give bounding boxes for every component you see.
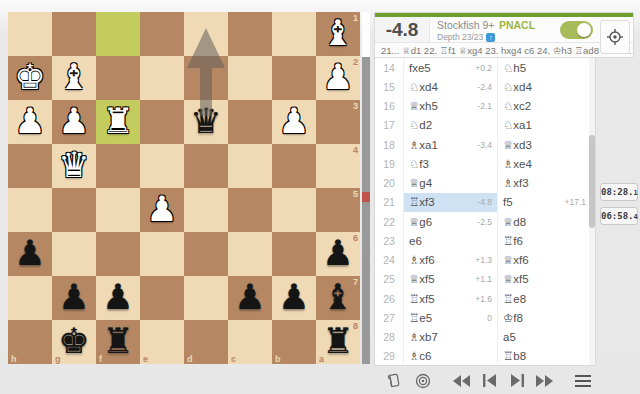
- practice-mode-button[interactable]: [414, 372, 432, 389]
- rank-label-6: 6: [353, 233, 358, 243]
- file-label-a: a: [319, 354, 324, 364]
- square-c6[interactable]: [228, 232, 272, 276]
- square-b5[interactable]: [272, 188, 316, 232]
- white-move-17[interactable]: ♘d2: [403, 116, 497, 135]
- move-row-15: 15♘xd4-2.4♘xd4: [375, 77, 595, 96]
- white-king-h2[interactable]: ♚: [8, 56, 52, 100]
- file-label-b: b: [275, 354, 281, 364]
- square-c4[interactable]: [228, 144, 272, 188]
- file-label-d: d: [187, 354, 193, 364]
- move-row-20: 20♕g4♗xf3: [375, 174, 595, 193]
- black-move-17[interactable]: ♘xa1: [497, 116, 591, 135]
- move-number: 20: [375, 177, 403, 189]
- practice-target-button[interactable]: [600, 20, 630, 54]
- last-move-button[interactable]: [536, 372, 554, 389]
- move-number: 23: [375, 235, 403, 247]
- move-eval: +1.1: [475, 274, 492, 284]
- square-b3[interactable]: ♟: [272, 100, 316, 144]
- square-f5[interactable]: [96, 188, 140, 232]
- white-rook-f3[interactable]: ♜: [96, 100, 140, 144]
- engine-panel: -4.8 Stockfish 9+ PNACL Depth 23/23 ↑ 21…: [374, 12, 634, 58]
- black-pawn-h6[interactable]: ♟: [8, 232, 52, 276]
- clock-bottom: 06:58.4: [600, 207, 638, 225]
- white-move-18[interactable]: ♗xa1-3.4: [403, 135, 497, 154]
- white-move-21[interactable]: ♖xf3-4.8: [403, 193, 497, 212]
- white-move-14[interactable]: fxe5+0.2: [403, 58, 497, 77]
- opening-book-button[interactable]: [384, 372, 402, 389]
- square-b1[interactable]: [272, 12, 316, 56]
- move-number: 24: [375, 254, 403, 266]
- move-row-14: 14fxe5+0.2♘h5: [375, 58, 595, 77]
- square-b8[interactable]: b: [272, 320, 316, 364]
- square-e5[interactable]: ♟: [140, 188, 184, 232]
- black-move-27[interactable]: ♔f8: [497, 308, 591, 327]
- target-icon: [606, 28, 624, 46]
- black-rook-f8[interactable]: ♜: [96, 320, 140, 364]
- step-back-icon: [483, 374, 496, 387]
- move-eval: +17.1: [564, 197, 586, 207]
- white-move-28[interactable]: ♗xb7: [403, 328, 497, 347]
- white-move-27[interactable]: ♖e50: [403, 308, 497, 327]
- square-f7[interactable]: ♟: [96, 276, 140, 320]
- move-eval: -2.1: [477, 101, 492, 111]
- square-c5[interactable]: [228, 188, 272, 232]
- white-pawn-h3[interactable]: ♟: [8, 100, 52, 144]
- skip-to-end-icon: [536, 375, 554, 387]
- square-a5[interactable]: 5: [316, 188, 360, 232]
- black-pawn-c7[interactable]: ♟: [228, 276, 272, 320]
- black-move-26[interactable]: ♖e8: [497, 289, 591, 308]
- move-eval: -2.5: [477, 217, 492, 227]
- square-f8[interactable]: ♜f: [96, 320, 140, 364]
- move-eval: 0: [487, 313, 492, 323]
- next-move-button[interactable]: [508, 372, 526, 389]
- white-pawn-g3[interactable]: ♟: [52, 100, 96, 144]
- square-d7[interactable]: [184, 276, 228, 320]
- square-f4[interactable]: [96, 144, 140, 188]
- black-move-24[interactable]: ♕xf6: [497, 251, 591, 270]
- move-row-18: 18♗xa1-3.4♕xd3: [375, 135, 595, 154]
- file-label-e: e: [143, 354, 148, 364]
- move-row-24: 24♗xf6+1.3♕xf6: [375, 251, 595, 270]
- hamburger-icon: [575, 374, 591, 388]
- square-g3[interactable]: ♟: [52, 100, 96, 144]
- move-row-26: 26♖xf5+1.6♖e8: [375, 289, 595, 308]
- square-c2[interactable]: [228, 56, 272, 100]
- move-number: 26: [375, 293, 403, 305]
- move-row-16: 16♕xh5-2.1♘xc2: [375, 97, 595, 116]
- black-move-25[interactable]: ♕xf5: [497, 270, 591, 289]
- move-list-scrollbar[interactable]: [589, 58, 595, 365]
- move-row-28: 28♗xb7a5: [375, 328, 595, 347]
- rank-label-1: 1: [353, 13, 358, 23]
- square-h5[interactable]: [8, 188, 52, 232]
- white-move-26[interactable]: ♖xf5+1.6: [403, 289, 497, 308]
- move-number: 21: [375, 196, 403, 208]
- previous-move-button[interactable]: [480, 372, 498, 389]
- move-row-22: 22♕g6-2.5♕d8: [375, 212, 595, 231]
- square-g5[interactable]: [52, 188, 96, 232]
- square-f2[interactable]: [96, 56, 140, 100]
- square-e7[interactable]: [140, 276, 184, 320]
- square-g8[interactable]: ♚g: [52, 320, 96, 364]
- move-eval: +1.6: [475, 294, 492, 304]
- square-b7[interactable]: ♟: [272, 276, 316, 320]
- square-e4[interactable]: [140, 144, 184, 188]
- white-move-22[interactable]: ♕g6-2.5: [403, 212, 497, 231]
- square-d3[interactable]: ♛: [184, 100, 228, 144]
- square-e3[interactable]: [140, 100, 184, 144]
- move-list: 14fxe5+0.2♘h515♘xd4-2.4♘xd416♕xh5-2.1♘xc…: [374, 58, 596, 366]
- move-row-23: 23e6♖f6: [375, 231, 595, 250]
- move-number: 22: [375, 216, 403, 228]
- move-row-17: 17♘d2♘xa1: [375, 116, 595, 135]
- rank-label-7: 7: [353, 277, 358, 287]
- square-c3[interactable]: [228, 100, 272, 144]
- square-h7[interactable]: [8, 276, 52, 320]
- square-d5[interactable]: [184, 188, 228, 232]
- file-label-h: h: [11, 354, 17, 364]
- concentric-target-icon: [415, 373, 431, 389]
- square-a8[interactable]: ♜8a: [316, 320, 360, 364]
- square-e1[interactable]: [140, 12, 184, 56]
- white-pawn-e5[interactable]: ♟: [140, 188, 184, 232]
- square-f6[interactable]: [96, 232, 140, 276]
- square-h1[interactable]: [8, 12, 52, 56]
- white-move-19[interactable]: ♘f3: [403, 154, 497, 173]
- square-g4[interactable]: ♛: [52, 144, 96, 188]
- cloud-eval-badge[interactable]: ↑: [486, 33, 495, 42]
- square-h4[interactable]: [8, 144, 52, 188]
- black-move-18[interactable]: ♕xd3: [497, 135, 591, 154]
- square-g7[interactable]: ♟: [52, 276, 96, 320]
- white-pawn-b3[interactable]: ♟: [272, 100, 316, 144]
- move-eval: -4.8: [477, 197, 492, 207]
- square-g6[interactable]: [52, 232, 96, 276]
- move-row-27: 27♖e50♔f8: [375, 308, 595, 327]
- square-a1[interactable]: ♝1: [316, 12, 360, 56]
- square-a7[interactable]: ♝7: [316, 276, 360, 320]
- square-e8[interactable]: e: [140, 320, 184, 364]
- toggle-knob: [577, 23, 591, 37]
- square-c8[interactable]: c: [228, 320, 272, 364]
- square-b6[interactable]: [272, 232, 316, 276]
- black-move-23[interactable]: ♖f6: [497, 231, 591, 250]
- square-h3[interactable]: ♟: [8, 100, 52, 144]
- move-list-scrollbar-thumb[interactable]: [589, 135, 595, 228]
- black-move-29[interactable]: ♖b8: [497, 347, 591, 366]
- move-eval: +1.3: [475, 255, 492, 265]
- black-move-19[interactable]: ♗xe4: [497, 154, 591, 173]
- move-eval: -2.4: [477, 82, 492, 92]
- black-move-15[interactable]: ♘xd4: [497, 77, 591, 96]
- rank-label-2: 2: [353, 57, 358, 67]
- move-number: 29: [375, 350, 403, 362]
- move-row-29: 29♗c6♖b8: [375, 347, 595, 366]
- file-label-f: f: [99, 354, 102, 364]
- square-e6[interactable]: [140, 232, 184, 276]
- first-move-button[interactable]: [452, 372, 470, 389]
- move-row-21: 21♖xf3-4.8f5+17.1: [375, 193, 595, 212]
- book-icon: [385, 372, 402, 389]
- black-move-14[interactable]: ♘h5: [497, 58, 591, 77]
- file-label-c: c: [231, 354, 236, 364]
- clock-top: 08:28.1: [600, 183, 638, 201]
- square-d2[interactable]: [184, 56, 228, 100]
- move-row-25: 25♕xf5+1.1♕xf5: [375, 270, 595, 289]
- square-b2[interactable]: [272, 56, 316, 100]
- move-number: 18: [375, 139, 403, 151]
- white-move-25[interactable]: ♕xf5+1.1: [403, 270, 497, 289]
- rank-label-3: 3: [353, 101, 358, 111]
- black-move-28[interactable]: a5: [497, 328, 591, 347]
- black-move-16[interactable]: ♘xc2: [497, 97, 591, 116]
- square-d4[interactable]: [184, 144, 228, 188]
- black-pawn-g7[interactable]: ♟: [52, 276, 96, 320]
- square-a2[interactable]: ♟2: [316, 56, 360, 100]
- square-a4[interactable]: 4: [316, 144, 360, 188]
- move-number: 16: [375, 100, 403, 112]
- file-label-g: g: [55, 354, 61, 364]
- square-a6[interactable]: ♟6: [316, 232, 360, 276]
- engine-name: Stockfish 9+: [437, 19, 495, 31]
- square-c7[interactable]: ♟: [228, 276, 272, 320]
- skip-to-start-icon: [452, 375, 470, 387]
- square-g1[interactable]: [52, 12, 96, 56]
- move-number: 17: [375, 119, 403, 131]
- square-h2[interactable]: ♚: [8, 56, 52, 100]
- square-g2[interactable]: ♝: [52, 56, 96, 100]
- move-eval: +0.2: [475, 63, 492, 73]
- white-move-24[interactable]: ♗xf6+1.3: [403, 251, 497, 270]
- square-f3[interactable]: ♜: [96, 100, 140, 144]
- black-move-20[interactable]: ♗xf3: [497, 174, 591, 193]
- board-scrollbar[interactable]: [362, 12, 370, 364]
- rank-label-4: 4: [353, 145, 358, 155]
- move-number: 28: [375, 331, 403, 343]
- engine-toggle[interactable]: [560, 21, 593, 39]
- square-c1[interactable]: [228, 12, 272, 56]
- move-eval: -3.4: [477, 140, 492, 150]
- scrollbar-red-marker: [362, 192, 370, 202]
- black-queen-d3[interactable]: ♛: [184, 100, 228, 144]
- step-forward-icon: [511, 374, 524, 387]
- square-f1[interactable]: [96, 12, 140, 56]
- white-move-29[interactable]: ♗c6: [403, 347, 497, 366]
- white-bishop-g2[interactable]: ♝: [52, 56, 96, 100]
- move-row-19: 19♘f3♗xe4: [375, 154, 595, 173]
- move-number: 25: [375, 273, 403, 285]
- white-move-16[interactable]: ♕xh5-2.1: [403, 97, 497, 116]
- board-scrollbar-thumb[interactable]: [362, 12, 370, 57]
- square-d8[interactable]: d: [184, 320, 228, 364]
- menu-button[interactable]: [574, 372, 592, 389]
- square-a3[interactable]: 3: [316, 100, 360, 144]
- white-queen-g4[interactable]: ♛: [52, 144, 96, 188]
- move-number: 14: [375, 62, 403, 74]
- square-h8[interactable]: h: [8, 320, 52, 364]
- black-move-21[interactable]: f5+17.1: [497, 193, 591, 212]
- square-d6[interactable]: [184, 232, 228, 276]
- engine-depth: Depth 23/23: [437, 32, 483, 43]
- engine-tech-label: PNACL: [499, 19, 535, 31]
- white-move-15[interactable]: ♘xd4-2.4: [403, 77, 497, 96]
- black-pawn-b7[interactable]: ♟: [272, 276, 316, 320]
- move-number: 15: [375, 81, 403, 93]
- square-e2[interactable]: [140, 56, 184, 100]
- black-move-22[interactable]: ♕d8: [497, 212, 591, 231]
- move-number: 27: [375, 312, 403, 324]
- square-d1[interactable]: [184, 12, 228, 56]
- rank-label-8: 8: [353, 321, 358, 331]
- square-h6[interactable]: ♟: [8, 232, 52, 276]
- black-pawn-f7[interactable]: ♟: [96, 276, 140, 320]
- rank-label-5: 5: [353, 189, 358, 199]
- white-move-23[interactable]: e6: [403, 231, 497, 250]
- white-move-20[interactable]: ♕g4: [403, 174, 497, 193]
- move-number: 19: [375, 158, 403, 170]
- chess-board[interactable]: ♝1♚♝♟2♟♟♜♛♟3♛4♟5♟♟6♟♟♟♟♝7h♚g♜fedcb♜8a: [8, 12, 360, 364]
- square-b4[interactable]: [272, 144, 316, 188]
- engine-eval: -4.8: [375, 17, 430, 42]
